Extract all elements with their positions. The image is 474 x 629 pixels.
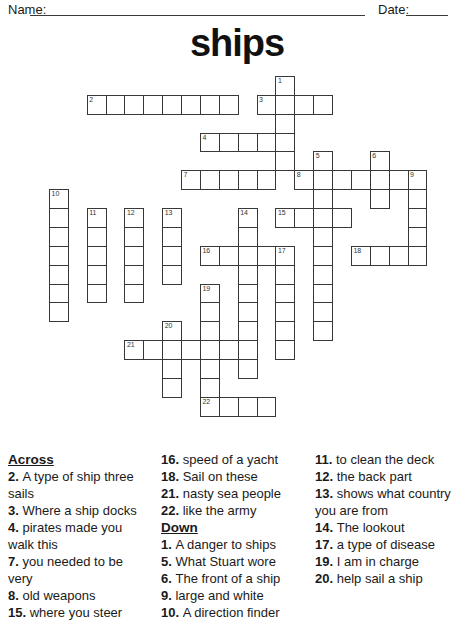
grid-cell[interactable] (313, 227, 333, 247)
grid-cell[interactable] (370, 189, 390, 209)
crossword-grid: 12345678910111213141516171819202122 (49, 76, 427, 416)
clue-number: 1. (161, 537, 175, 552)
clue-2: 2. A type of ship three sails (8, 468, 146, 502)
grid-cell[interactable] (275, 151, 295, 171)
grid-cell[interactable] (162, 265, 182, 285)
clue-12: 12. the back part (315, 468, 471, 485)
clue-11: 11. to clean the deck (315, 451, 471, 468)
grid-cell[interactable]: 10 (49, 189, 69, 209)
grid-cell[interactable] (408, 189, 428, 209)
clues-header-down: Down (161, 519, 311, 536)
clue-21: 21. nasty sea people (161, 485, 311, 502)
clue-text: help sail a ship (337, 571, 423, 586)
grid-cell[interactable] (87, 246, 107, 266)
grid-cell[interactable] (200, 359, 220, 379)
grid-cell[interactable] (275, 321, 295, 341)
grid-cell[interactable] (389, 170, 409, 190)
grid-cell[interactable] (351, 170, 371, 190)
clue-number: 18. (161, 469, 183, 484)
clue-6: 6. The front of a ship (161, 570, 311, 587)
clue-number: 17. (315, 537, 337, 552)
grid-cell[interactable] (257, 170, 277, 190)
grid-cell[interactable] (313, 284, 333, 304)
grid-cell[interactable] (106, 95, 126, 115)
clue-10: 10. A direction finder (161, 604, 311, 621)
clue-text: a type of disease (337, 537, 435, 552)
grid-cell[interactable] (238, 265, 258, 285)
grid-cell[interactable]: 20 (162, 321, 182, 341)
clue-number: 4. (8, 520, 22, 535)
clue-13: 13. shows what country you are from (315, 485, 471, 519)
grid-cell[interactable] (162, 227, 182, 247)
clues-header-across: Across (8, 451, 146, 468)
cell-number: 15 (278, 209, 286, 217)
clues-column-across: Across2. A type of ship three sails3. Wh… (8, 451, 146, 621)
clue-9: 9. large and white (161, 587, 311, 604)
cell-number: 16 (202, 247, 210, 255)
grid-cell[interactable] (294, 95, 314, 115)
clue-number: 19. (315, 554, 337, 569)
clue-text: like the army (183, 503, 257, 518)
grid-cell[interactable]: 4 (200, 133, 220, 153)
grid-cell[interactable] (332, 170, 352, 190)
grid-cell[interactable] (294, 208, 314, 228)
grid-cell[interactable] (389, 246, 409, 266)
grid-cell[interactable]: 13 (162, 208, 182, 228)
clue-number: 7. (8, 554, 22, 569)
grid-cell[interactable] (200, 302, 220, 322)
grid-cell[interactable] (200, 378, 220, 398)
clue-22: 22. like the army (161, 502, 311, 519)
grid-cell[interactable] (238, 321, 258, 341)
grid-cell[interactable]: 1 (275, 76, 295, 96)
cell-number: 18 (353, 247, 361, 255)
cell-number: 11 (89, 209, 96, 217)
cell-number: 2 (89, 96, 93, 104)
grid-cell[interactable] (49, 284, 69, 304)
grid-cell[interactable] (238, 170, 258, 190)
grid-cell[interactable]: 14 (238, 208, 258, 228)
grid-cell[interactable] (238, 397, 258, 417)
clue-text: A direction finder (183, 605, 280, 620)
grid-cell[interactable]: 2 (87, 95, 107, 115)
clue-text: the back part (337, 469, 412, 484)
grid-cell[interactable] (275, 340, 295, 360)
date-blank-line[interactable] (406, 1, 448, 16)
grid-cell[interactable]: 3 (257, 95, 277, 115)
grid-cell[interactable]: 16 (200, 246, 220, 266)
cell-number: 1 (278, 77, 282, 85)
grid-cell[interactable] (162, 95, 182, 115)
grid-cell[interactable]: 7 (181, 170, 201, 190)
clue-3: 3. Where a ship docks (8, 502, 146, 519)
clue-20: 20. help sail a ship (315, 570, 471, 587)
clues-column-down: 11. to clean the deck12. the back part13… (315, 451, 471, 587)
clue-text: Where a ship docks (22, 503, 136, 518)
grid-cell[interactable] (49, 265, 69, 285)
clue-number: 20. (315, 571, 337, 586)
grid-cell[interactable] (408, 227, 428, 247)
clue-text: speed of a yacht (183, 452, 278, 467)
cell-number: 5 (316, 152, 320, 160)
grid-cell[interactable] (219, 397, 239, 417)
clue-text: I am in charge (337, 554, 419, 569)
cell-number: 4 (202, 134, 206, 142)
grid-cell[interactable] (219, 170, 239, 190)
clue-number: 15. (8, 605, 30, 620)
grid-cell[interactable]: 15 (275, 208, 295, 228)
grid-cell[interactable] (200, 170, 220, 190)
grid-cell[interactable]: 21 (124, 340, 144, 360)
grid-cell[interactable] (275, 302, 295, 322)
grid-cell[interactable] (238, 284, 258, 304)
grid-cell[interactable] (87, 227, 107, 247)
grid-cell[interactable] (200, 340, 220, 360)
grid-cell[interactable] (124, 284, 144, 304)
clue-number: 10. (161, 605, 183, 620)
grid-cell[interactable]: 19 (200, 284, 220, 304)
clue-text: you needed to be very (8, 554, 123, 586)
grid-cell[interactable] (219, 340, 239, 360)
grid-cell[interactable] (219, 95, 239, 115)
cell-number: 3 (259, 96, 263, 104)
grid-cell[interactable] (238, 227, 258, 247)
clue-15: 15. where you steer (8, 604, 146, 621)
clue-5: 5. What Stuart wore (161, 553, 311, 570)
grid-cell[interactable] (200, 95, 220, 115)
grid-cell[interactable] (124, 95, 144, 115)
clue-8: 8. old weapons (8, 587, 146, 604)
grid-cell[interactable] (257, 246, 277, 266)
grid-cell[interactable] (313, 189, 333, 209)
grid-cell[interactable] (124, 265, 144, 285)
clue-text: pirates made you walk this (8, 520, 122, 552)
date-label: Date: (378, 2, 409, 17)
clue-18: 18. Sail on these (161, 468, 311, 485)
clue-19: 19. I am in charge (315, 553, 471, 570)
grid-cell[interactable] (313, 170, 333, 190)
cell-number: 7 (184, 171, 188, 179)
clue-number: 16. (161, 452, 183, 467)
grid-cell[interactable] (275, 265, 295, 285)
clue-number: 8. (8, 588, 22, 603)
grid-cell[interactable] (313, 246, 333, 266)
clue-number: 21. (161, 486, 183, 501)
grid-cell[interactable] (219, 133, 239, 153)
grid-cell[interactable] (408, 246, 428, 266)
clue-number: 22. (161, 503, 183, 518)
grid-cell[interactable] (49, 246, 69, 266)
clue-number: 9. (161, 588, 175, 603)
grid-cell[interactable] (275, 95, 295, 115)
grid-cell[interactable] (370, 170, 390, 190)
grid-cell[interactable] (87, 265, 107, 285)
grid-cell[interactable] (143, 95, 163, 115)
puzzle-title: ships (0, 24, 474, 62)
clue-text: to clean the deck (336, 452, 434, 467)
grid-cell[interactable] (238, 359, 258, 379)
grid-cell[interactable] (219, 246, 239, 266)
grid-cell[interactable] (275, 114, 295, 134)
clue-text: old weapons (22, 588, 95, 603)
clue-text: where you steer (30, 605, 123, 620)
clue-text: The lookout (337, 520, 405, 535)
grid-cell[interactable]: 8 (294, 170, 314, 190)
cell-number: 21 (127, 341, 135, 349)
grid-cell[interactable]: 6 (370, 151, 390, 171)
clue-text: large and white (175, 588, 263, 603)
grid-cell[interactable] (275, 133, 295, 153)
cell-number: 14 (240, 209, 248, 217)
clue-number: 13. (315, 486, 337, 501)
grid-cell[interactable] (49, 227, 69, 247)
grid-cell[interactable] (162, 340, 182, 360)
grid-cell[interactable] (408, 208, 428, 228)
clue-text: A type of ship three sails (8, 469, 134, 501)
grid-cell[interactable]: 12 (124, 208, 144, 228)
cell-number: 12 (127, 209, 135, 217)
grid-cell[interactable] (257, 397, 277, 417)
cell-number: 17 (278, 247, 286, 255)
grid-cell[interactable] (332, 208, 352, 228)
cell-number: 10 (52, 190, 60, 198)
grid-cell[interactable] (238, 133, 258, 153)
grid-cell[interactable] (124, 246, 144, 266)
grid-cell[interactable] (238, 340, 258, 360)
grid-cell[interactable] (162, 359, 182, 379)
clue-text: The front of a ship (175, 571, 280, 586)
grid-cell[interactable]: 9 (408, 170, 428, 190)
clue-number: 11. (315, 452, 336, 467)
clue-text: What Stuart wore (175, 554, 275, 569)
grid-cell[interactable] (313, 321, 333, 341)
cell-number: 20 (165, 322, 173, 330)
name-blank-line[interactable] (30, 1, 365, 16)
grid-cell[interactable] (49, 208, 69, 228)
grid-cell[interactable] (313, 265, 333, 285)
clues-column-middle: 16. speed of a yacht18. Sail on these21.… (161, 451, 311, 621)
clue-1: 1. A danger to ships (161, 536, 311, 553)
cell-number: 6 (372, 152, 376, 160)
grid-cell[interactable] (313, 208, 333, 228)
grid-cell[interactable]: 22 (200, 397, 220, 417)
grid-cell[interactable]: 11 (87, 208, 107, 228)
clue-14: 14. The lookout (315, 519, 471, 536)
grid-cell[interactable] (49, 302, 69, 322)
clue-number: 12. (315, 469, 337, 484)
clue-text: nasty sea people (183, 486, 281, 501)
grid-cell[interactable] (181, 340, 201, 360)
grid-cell[interactable] (87, 284, 107, 304)
grid-cell[interactable]: 17 (275, 246, 295, 266)
clue-17: 17. a type of disease (315, 536, 471, 553)
grid-cell[interactable] (162, 378, 182, 398)
clue-number: 6. (161, 571, 175, 586)
grid-cell[interactable] (181, 95, 201, 115)
grid-cell[interactable] (257, 133, 277, 153)
grid-cell[interactable] (313, 302, 333, 322)
grid-cell[interactable] (238, 246, 258, 266)
cell-number: 19 (202, 285, 210, 293)
clue-number: 2. (8, 469, 22, 484)
cell-number: 8 (297, 171, 301, 179)
clue-16: 16. speed of a yacht (161, 451, 311, 468)
cell-number: 13 (165, 209, 173, 217)
grid-cell[interactable]: 18 (351, 246, 371, 266)
clue-text: Sail on these (183, 469, 258, 484)
grid-cell[interactable] (275, 284, 295, 304)
grid-cell[interactable] (238, 302, 258, 322)
worksheet-page: Name: Date: ships 1234567891011121314151… (0, 0, 474, 629)
grid-cell[interactable] (200, 321, 220, 341)
grid-cell[interactable]: 5 (313, 151, 333, 171)
clue-7: 7. you needed to be very (8, 553, 146, 587)
grid-cell[interactable] (162, 246, 182, 266)
clue-number: 5. (161, 554, 175, 569)
grid-cell[interactable] (124, 227, 144, 247)
grid-cell[interactable] (313, 95, 333, 115)
cell-number: 9 (410, 171, 414, 179)
grid-cell[interactable] (370, 246, 390, 266)
clue-number: 14. (315, 520, 337, 535)
grid-cell[interactable] (143, 340, 163, 360)
clue-number: 3. (8, 503, 22, 518)
cell-number: 22 (202, 398, 210, 406)
clue-4: 4. pirates made you walk this (8, 519, 146, 553)
clue-text: A danger to ships (175, 537, 275, 552)
